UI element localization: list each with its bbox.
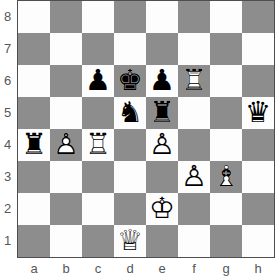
rank-label-6: 6 [0,65,15,97]
square-h3[interactable] [242,161,274,193]
square-a3[interactable] [18,161,50,193]
square-e1[interactable] [146,225,178,257]
square-f7[interactable] [178,33,210,65]
square-g8[interactable] [210,1,242,33]
square-c7[interactable] [82,33,114,65]
square-h5[interactable]: ♕♛ [242,97,274,129]
rank-label-4: 4 [0,129,15,161]
piece-black-rook[interactable]: ♖♜ [18,129,50,161]
queen-glyph: ♛ [242,97,274,129]
piece-black-queen[interactable]: ♕♛ [242,97,274,129]
square-g6[interactable] [210,65,242,97]
square-a1[interactable] [18,225,50,257]
pawn-glyph: ♙ [50,129,82,161]
pawn-glyph: ♟ [82,65,114,97]
square-e5[interactable]: ♖♜ [146,97,178,129]
piece-black-pawn[interactable]: ♙♟ [82,65,114,97]
piece-black-knight[interactable]: ♘♞ [114,97,146,129]
square-g7[interactable] [210,33,242,65]
square-d6[interactable]: ♔♚ [114,65,146,97]
piece-white-bishop[interactable]: ♝♗ [210,161,242,193]
square-c5[interactable] [82,97,114,129]
square-c3[interactable] [82,161,114,193]
square-c1[interactable] [82,225,114,257]
rank-label-8: 8 [0,1,15,33]
square-a4[interactable]: ♖♜ [18,129,50,161]
rank-label-7: 7 [0,33,15,65]
pawn-glyph: ♟ [146,65,178,97]
square-f3[interactable]: ♟♙ [178,161,210,193]
square-e3[interactable] [146,161,178,193]
square-b5[interactable] [50,97,82,129]
square-f1[interactable] [178,225,210,257]
piece-white-pawn[interactable]: ♟♙ [178,161,210,193]
rank-label-2: 2 [0,193,15,225]
file-label-c: c [82,258,114,280]
rank-label-1: 1 [0,225,15,257]
square-h1[interactable] [242,225,274,257]
square-f2[interactable] [178,193,210,225]
square-e6[interactable]: ♙♟ [146,65,178,97]
square-b3[interactable] [50,161,82,193]
king-glyph: ♚ [114,65,146,97]
square-b6[interactable] [50,65,82,97]
square-d4[interactable] [114,129,146,161]
square-b2[interactable] [50,193,82,225]
square-c2[interactable] [82,193,114,225]
board: ♙♟♔♚♙♟♜♖♘♞♖♜♕♛♖♜♟♙♜♖♟♙♟♙♝♗♚♔♛♕ [17,0,275,258]
square-b8[interactable] [50,1,82,33]
piece-white-king[interactable]: ♚♔ [146,193,178,225]
square-h4[interactable] [242,129,274,161]
square-f4[interactable] [178,129,210,161]
square-e2[interactable]: ♚♔ [146,193,178,225]
square-b4[interactable]: ♟♙ [50,129,82,161]
rook-glyph: ♖ [82,129,114,161]
square-d8[interactable] [114,1,146,33]
piece-white-rook[interactable]: ♜♖ [82,129,114,161]
rook-glyph: ♜ [146,97,178,129]
queen-glyph: ♕ [114,225,146,257]
pawn-glyph: ♙ [146,129,178,161]
square-e7[interactable] [146,33,178,65]
chess-diagram: ♙♟♔♚♙♟♜♖♘♞♖♜♕♛♖♜♟♙♜♖♟♙♟♙♝♗♚♔♛♕ 87654321 … [0,0,280,280]
square-c6[interactable]: ♙♟ [82,65,114,97]
file-label-a: a [18,258,50,280]
square-a8[interactable] [18,1,50,33]
piece-white-pawn[interactable]: ♟♙ [50,129,82,161]
square-e8[interactable] [146,1,178,33]
square-g5[interactable] [210,97,242,129]
square-d5[interactable]: ♘♞ [114,97,146,129]
square-b1[interactable] [50,225,82,257]
square-d7[interactable] [114,33,146,65]
square-g3[interactable]: ♝♗ [210,161,242,193]
knight-glyph: ♞ [114,97,146,129]
piece-black-king[interactable]: ♔♚ [114,65,146,97]
square-g4[interactable] [210,129,242,161]
file-label-h: h [242,258,274,280]
square-d3[interactable] [114,161,146,193]
file-label-e: e [146,258,178,280]
square-g2[interactable] [210,193,242,225]
rank-label-3: 3 [0,161,15,193]
square-f5[interactable] [178,97,210,129]
square-f6[interactable]: ♜♖ [178,65,210,97]
piece-black-pawn[interactable]: ♙♟ [146,65,178,97]
piece-white-pawn[interactable]: ♟♙ [146,129,178,161]
file-label-f: f [178,258,210,280]
square-a7[interactable] [18,33,50,65]
piece-black-rook[interactable]: ♖♜ [146,97,178,129]
square-g1[interactable] [210,225,242,257]
square-d1[interactable]: ♛♕ [114,225,146,257]
rook-glyph: ♖ [178,65,210,97]
square-c4[interactable]: ♜♖ [82,129,114,161]
rook-glyph: ♜ [18,129,50,161]
king-glyph: ♔ [146,193,178,225]
square-h8[interactable] [242,1,274,33]
piece-white-rook[interactable]: ♜♖ [178,65,210,97]
bishop-glyph: ♗ [210,161,242,193]
square-h7[interactable] [242,33,274,65]
file-label-b: b [50,258,82,280]
square-h2[interactable] [242,193,274,225]
square-f8[interactable] [178,1,210,33]
file-label-g: g [210,258,242,280]
square-h6[interactable] [242,65,274,97]
file-label-d: d [114,258,146,280]
square-e4[interactable]: ♟♙ [146,129,178,161]
square-b7[interactable] [50,33,82,65]
square-d2[interactable] [114,193,146,225]
square-a5[interactable] [18,97,50,129]
pawn-glyph: ♙ [178,161,210,193]
square-c8[interactable] [82,1,114,33]
square-a2[interactable] [18,193,50,225]
piece-white-queen[interactable]: ♛♕ [114,225,146,257]
square-a6[interactable] [18,65,50,97]
rank-label-5: 5 [0,97,15,129]
